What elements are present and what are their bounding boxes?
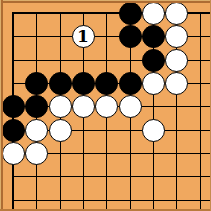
stone-white: [2, 142, 25, 165]
stone-white: [95, 95, 118, 118]
stone-black: [49, 72, 72, 95]
stone-black: [2, 95, 25, 118]
move-number-label: 1: [77, 28, 89, 45]
stone-black: [2, 119, 25, 142]
stone-white: [25, 142, 48, 165]
board-frame-top: [0, 0, 211, 3]
stone-white: [142, 72, 165, 95]
grid-line-horizontal: [12, 176, 211, 177]
go-board: 1: [0, 0, 211, 211]
stone-white-marked: 1: [72, 25, 95, 48]
go-board-diagram: 1: [0, 0, 211, 211]
stone-white: [25, 119, 48, 142]
stone-white: [165, 2, 188, 25]
stone-black: [119, 25, 142, 48]
stone-black: [25, 95, 48, 118]
stone-white: [142, 119, 165, 142]
stone-black: [72, 72, 95, 95]
board-frame-bottom: [0, 209, 211, 211]
stone-black: [119, 72, 142, 95]
stone-white: [49, 95, 72, 118]
stone-black: [25, 72, 48, 95]
stone-white: [119, 95, 142, 118]
stone-white: [72, 95, 95, 118]
stone-black: [119, 2, 142, 25]
board-frame-right: [210, 0, 211, 211]
grid-line-vertical: [200, 12, 201, 211]
stone-black: [95, 72, 118, 95]
stone-white: [49, 119, 72, 142]
stone-black: [142, 25, 165, 48]
grid-line-horizontal: [12, 200, 211, 201]
stone-black: [142, 49, 165, 72]
stone-white: [165, 49, 188, 72]
stone-white: [142, 2, 165, 25]
stone-white: [165, 72, 188, 95]
stone-white: [165, 25, 188, 48]
board-frame-left: [0, 0, 3, 211]
